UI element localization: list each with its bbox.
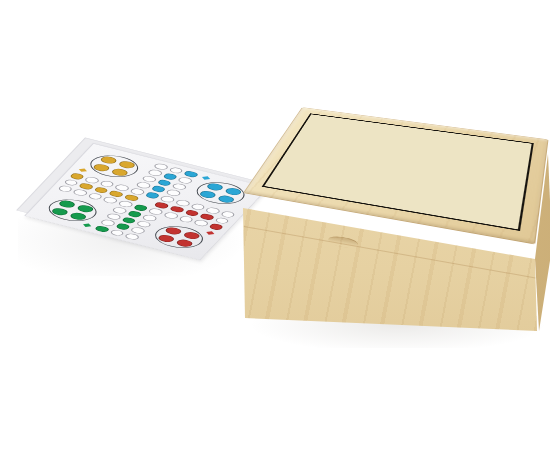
track-circle [57, 185, 74, 193]
track-circle [109, 229, 126, 237]
track-circle-red [208, 223, 225, 231]
track-circle [72, 189, 89, 197]
track-circle-blue [144, 191, 161, 199]
track-circle [102, 196, 119, 204]
start-arrow-blue [202, 176, 210, 179]
checkerboard [264, 114, 531, 229]
start-arrow-yellow [79, 168, 87, 171]
product-photo-scene [0, 0, 550, 450]
checkerboard-frame [262, 113, 534, 231]
track-circle-green [94, 225, 111, 233]
track-circle [193, 219, 210, 227]
track-circle [178, 215, 195, 223]
start-arrow-red [206, 231, 214, 234]
track-circle [163, 211, 180, 219]
track-circle [87, 192, 104, 200]
start-arrow-green [83, 224, 91, 227]
checkerboard-margin [258, 112, 537, 234]
track-circle [124, 233, 141, 241]
